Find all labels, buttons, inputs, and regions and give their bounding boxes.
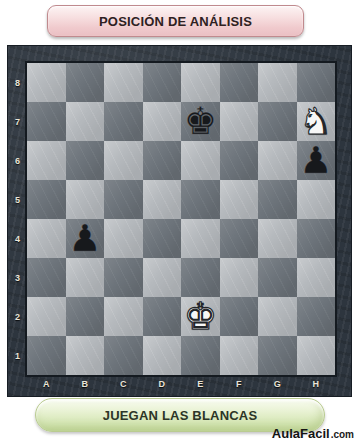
chess-board-frame: 87654321 ABCDEFGH ♚♞♟♟♚ bbox=[7, 45, 352, 397]
rank-labels: 87654321 bbox=[8, 63, 27, 375]
black-king-e7: ♚ bbox=[184, 102, 217, 141]
square-c3 bbox=[104, 258, 143, 297]
square-f7 bbox=[220, 102, 259, 141]
file-label-b: B bbox=[66, 373, 105, 394]
turn-banner-label: JUEGAN LAS BLANCAS bbox=[103, 408, 258, 423]
square-c6 bbox=[104, 141, 143, 180]
square-a8 bbox=[27, 63, 66, 102]
square-f5 bbox=[220, 180, 259, 219]
square-a5 bbox=[27, 180, 66, 219]
rank-label-2: 2 bbox=[8, 297, 27, 336]
analysis-banner: POSICIÓN DE ANÁLISIS bbox=[47, 5, 304, 37]
square-h1 bbox=[297, 336, 336, 375]
square-f3 bbox=[220, 258, 259, 297]
brand-tld: .com bbox=[331, 429, 354, 440]
square-c2 bbox=[104, 297, 143, 336]
square-f2 bbox=[220, 297, 259, 336]
square-g5 bbox=[258, 180, 297, 219]
square-g7 bbox=[258, 102, 297, 141]
square-g8 bbox=[258, 63, 297, 102]
square-a6 bbox=[27, 141, 66, 180]
square-a1 bbox=[27, 336, 66, 375]
square-d3 bbox=[143, 258, 182, 297]
rank-label-6: 6 bbox=[8, 141, 27, 180]
square-c5 bbox=[104, 180, 143, 219]
square-d6 bbox=[143, 141, 182, 180]
file-label-c: C bbox=[104, 373, 143, 394]
square-h8 bbox=[297, 63, 336, 102]
square-h7: ♞ bbox=[297, 102, 336, 141]
square-e3 bbox=[181, 258, 220, 297]
square-d1 bbox=[143, 336, 182, 375]
square-c4 bbox=[104, 219, 143, 258]
square-c7 bbox=[104, 102, 143, 141]
square-b3 bbox=[66, 258, 105, 297]
square-e5 bbox=[181, 180, 220, 219]
square-g6 bbox=[258, 141, 297, 180]
square-d7 bbox=[143, 102, 182, 141]
black-pawn-h6: ♟ bbox=[299, 141, 332, 180]
square-h6: ♟ bbox=[297, 141, 336, 180]
file-labels: ABCDEFGH bbox=[27, 373, 335, 396]
rank-label-5: 5 bbox=[8, 180, 27, 219]
square-f6 bbox=[220, 141, 259, 180]
brand-logo: AulaFacil .com bbox=[272, 426, 354, 441]
square-h3 bbox=[297, 258, 336, 297]
square-b5 bbox=[66, 180, 105, 219]
brand-name: AulaFacil bbox=[272, 426, 330, 441]
square-f1 bbox=[220, 336, 259, 375]
square-f8 bbox=[220, 63, 259, 102]
file-label-e: E bbox=[181, 373, 220, 394]
square-b1 bbox=[66, 336, 105, 375]
square-g3 bbox=[258, 258, 297, 297]
square-e1 bbox=[181, 336, 220, 375]
square-h2 bbox=[297, 297, 336, 336]
square-a2 bbox=[27, 297, 66, 336]
square-g2 bbox=[258, 297, 297, 336]
square-e4 bbox=[181, 219, 220, 258]
file-label-d: D bbox=[143, 373, 182, 394]
black-pawn-b4: ♟ bbox=[68, 219, 101, 258]
square-d4 bbox=[143, 219, 182, 258]
rank-label-7: 7 bbox=[8, 102, 27, 141]
square-b7 bbox=[66, 102, 105, 141]
rank-label-3: 3 bbox=[8, 258, 27, 297]
square-d8 bbox=[143, 63, 182, 102]
square-e7: ♚ bbox=[181, 102, 220, 141]
square-a7 bbox=[27, 102, 66, 141]
rank-label-8: 8 bbox=[8, 63, 27, 102]
square-g4 bbox=[258, 219, 297, 258]
square-h5 bbox=[297, 180, 336, 219]
chess-board: ♚♞♟♟♚ bbox=[27, 63, 335, 375]
square-b4: ♟ bbox=[66, 219, 105, 258]
square-h4 bbox=[297, 219, 336, 258]
file-label-g: G bbox=[258, 373, 297, 394]
square-a3 bbox=[27, 258, 66, 297]
white-knight-h7: ♞ bbox=[299, 102, 332, 141]
rank-label-1: 1 bbox=[8, 336, 27, 375]
square-d5 bbox=[143, 180, 182, 219]
analysis-banner-label: POSICIÓN DE ANÁLISIS bbox=[99, 14, 252, 29]
square-c8 bbox=[104, 63, 143, 102]
square-e2: ♚ bbox=[181, 297, 220, 336]
white-king-e2: ♚ bbox=[184, 297, 217, 336]
square-b2 bbox=[66, 297, 105, 336]
rank-label-4: 4 bbox=[8, 219, 27, 258]
square-d2 bbox=[143, 297, 182, 336]
square-a4 bbox=[27, 219, 66, 258]
file-label-a: A bbox=[27, 373, 66, 394]
square-c1 bbox=[104, 336, 143, 375]
file-label-f: F bbox=[220, 373, 259, 394]
square-g1 bbox=[258, 336, 297, 375]
file-label-h: H bbox=[297, 373, 336, 394]
square-b6 bbox=[66, 141, 105, 180]
square-e6 bbox=[181, 141, 220, 180]
square-f4 bbox=[220, 219, 259, 258]
square-b8 bbox=[66, 63, 105, 102]
square-e8 bbox=[181, 63, 220, 102]
